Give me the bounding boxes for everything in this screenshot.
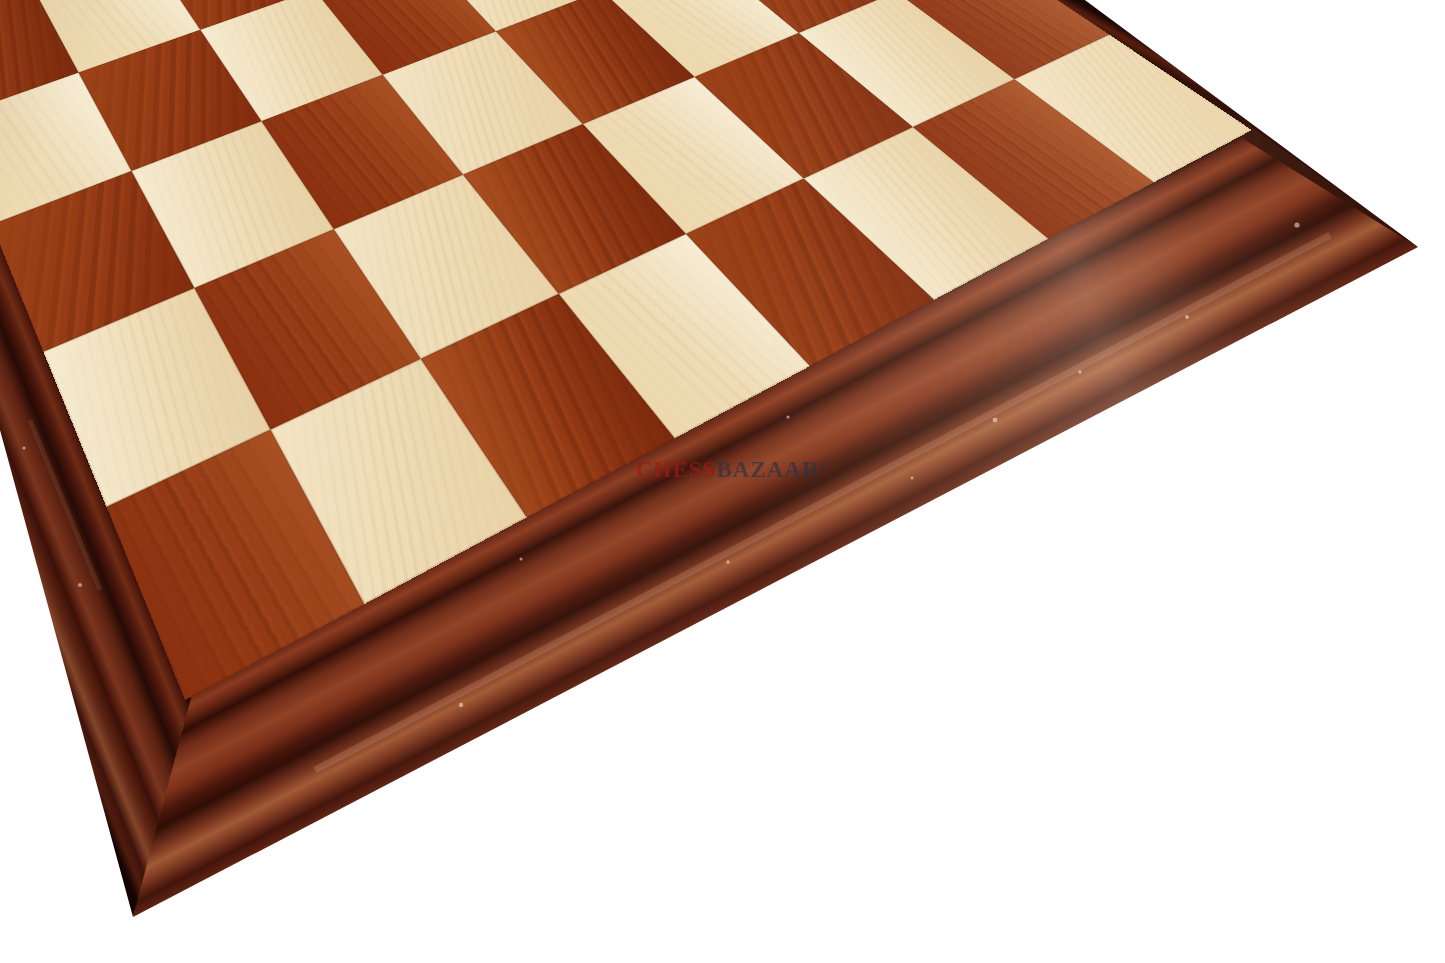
product-photo-stage: CHESSBAZAAR® xyxy=(0,0,1445,963)
registered-trademark-icon: ® xyxy=(820,459,828,470)
watermark-bazaar-text: BAZAAR xyxy=(716,457,819,482)
watermark-chess-text: CHESS xyxy=(636,457,716,482)
watermark: CHESSBAZAAR® xyxy=(636,458,828,481)
